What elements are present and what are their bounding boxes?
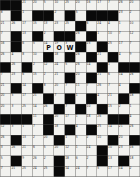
letter-cell[interactable]: 7 bbox=[86, 83, 96, 93]
letter-cell[interactable]: 7 bbox=[129, 42, 139, 52]
letter-cell[interactable]: 9 bbox=[22, 156, 32, 166]
letter-cell[interactable]: 1 bbox=[22, 125, 32, 135]
letter-cell[interactable]: 10 bbox=[129, 21, 139, 31]
letter-cell[interactable]: 7 bbox=[86, 166, 96, 176]
letter-cell[interactable]: 2 bbox=[43, 156, 53, 166]
letter-cell[interactable]: 4 bbox=[76, 125, 86, 135]
letter-cell[interactable]: 12 bbox=[129, 31, 139, 41]
letter-cell[interactable]: 1 bbox=[119, 21, 129, 31]
black-cell bbox=[22, 114, 32, 124]
black-cell bbox=[11, 31, 21, 41]
letter-cell[interactable]: 7 bbox=[0, 73, 10, 83]
letter-cell[interactable]: 4 bbox=[11, 52, 21, 62]
letter-cell[interactable]: 20 bbox=[43, 135, 53, 145]
cell-number: 21 bbox=[97, 73, 101, 76]
black-cell bbox=[43, 52, 53, 62]
letter-cell[interactable]: 7 bbox=[108, 0, 118, 10]
letter-cell[interactable]: 5 bbox=[33, 42, 43, 52]
letter-cell[interactable]: 26 bbox=[11, 63, 21, 73]
letter-cell[interactable]: 4 bbox=[119, 83, 129, 93]
cell-number: 25 bbox=[44, 166, 48, 169]
letter-cell[interactable]: 26 bbox=[0, 135, 10, 145]
letter-cell[interactable]: 14 bbox=[86, 63, 96, 73]
black-cell bbox=[65, 125, 75, 135]
cell-number: 2 bbox=[130, 11, 132, 14]
letter-cell[interactable]: 5 bbox=[76, 11, 86, 21]
black-cell bbox=[54, 31, 64, 41]
letter-cell[interactable]: 5 bbox=[0, 156, 10, 166]
letter-cell[interactable]: 17 bbox=[22, 94, 32, 104]
cell-number: 6 bbox=[108, 73, 110, 76]
letter-cell[interactable]: 25 bbox=[97, 125, 107, 135]
letter-cell[interactable]: 25 bbox=[43, 166, 53, 176]
black-cell bbox=[43, 125, 53, 135]
cell-number: 26 bbox=[33, 156, 37, 159]
letter-cell[interactable]: 4 bbox=[119, 52, 129, 62]
letter-cell[interactable]: 20 bbox=[54, 114, 64, 124]
letter-cell[interactable]: 7 bbox=[119, 31, 129, 41]
letter-cell[interactable]: 21 bbox=[22, 146, 32, 156]
cell-number: 5 bbox=[65, 63, 67, 66]
black-cell bbox=[129, 63, 139, 73]
letter-cell[interactable]: 7 bbox=[0, 166, 10, 176]
letter-cell[interactable]: 17 bbox=[108, 166, 118, 176]
letter-cell[interactable]: 4 bbox=[108, 21, 118, 31]
letter-cell[interactable]: 2 bbox=[129, 166, 139, 176]
letter-cell[interactable]: 1 bbox=[129, 104, 139, 114]
cell-number: 7 bbox=[87, 166, 89, 169]
black-cell bbox=[97, 156, 107, 166]
cell-number: 18 bbox=[130, 94, 134, 97]
letter-cell[interactable]: 19O bbox=[54, 42, 64, 52]
letter-cell[interactable]: 1 bbox=[76, 114, 86, 124]
cell-number: 7 bbox=[1, 166, 3, 169]
letter-cell[interactable]: 18 bbox=[54, 125, 64, 135]
letter-cell[interactable]: 1 bbox=[108, 63, 118, 73]
cell-number: 20 bbox=[44, 135, 48, 138]
letter-cell[interactable]: 15 bbox=[33, 21, 43, 31]
cell-number: 21 bbox=[108, 94, 112, 97]
codeword-puzzle: 2120510252016177262081252322126171513232… bbox=[0, 0, 140, 177]
letter-cell[interactable]: 10 bbox=[108, 146, 118, 156]
cell-number: 12 bbox=[1, 125, 5, 128]
cell-number: 21 bbox=[33, 94, 37, 97]
letter-cell[interactable]: 24 bbox=[76, 166, 86, 176]
cell-number: 23 bbox=[54, 21, 58, 24]
letter-cell[interactable]: 20 bbox=[119, 135, 129, 145]
letter-cell[interactable]: 6 bbox=[76, 156, 86, 166]
black-cell bbox=[86, 52, 96, 62]
letter-cell[interactable]: 5 bbox=[76, 135, 86, 145]
letter-cell[interactable]: 25 bbox=[22, 104, 32, 114]
letter-cell[interactable]: 20 bbox=[0, 104, 10, 114]
letter-cell[interactable]: 2 bbox=[86, 156, 96, 166]
letter-cell[interactable]: 9 bbox=[129, 52, 139, 62]
cell-number: 24 bbox=[87, 146, 91, 149]
letter-cell[interactable]: 16 bbox=[129, 146, 139, 156]
cell-number: 10 bbox=[108, 31, 112, 34]
letter-cell[interactable]: 25 bbox=[22, 166, 32, 176]
cell-number: 2 bbox=[54, 11, 56, 14]
letter-cell[interactable]: 8 bbox=[22, 52, 32, 62]
letter-cell[interactable]: 26 bbox=[43, 104, 53, 114]
cell-number: 7 bbox=[33, 125, 35, 128]
letter-cell[interactable]: 21 bbox=[11, 166, 21, 176]
cell-number: 18 bbox=[54, 52, 58, 55]
letter-cell[interactable]: 2 bbox=[33, 135, 43, 145]
letter-cell[interactable]: 10 bbox=[108, 31, 118, 41]
letter-cell[interactable]: 26 bbox=[11, 21, 21, 31]
letter-cell[interactable]: 24 bbox=[54, 63, 64, 73]
cell-number: 7 bbox=[54, 94, 56, 97]
letter-cell[interactable]: 5 bbox=[11, 94, 21, 104]
cell-number: 2 bbox=[33, 63, 35, 66]
letter-cell[interactable]: 13 bbox=[22, 31, 32, 41]
cell-number: 23 bbox=[87, 42, 91, 45]
letter-cell[interactable]: 17 bbox=[119, 42, 129, 52]
cell-number: 20 bbox=[1, 94, 5, 97]
black-cell bbox=[11, 114, 21, 124]
black-cell bbox=[11, 135, 21, 145]
letter-cell[interactable]: 1 bbox=[65, 135, 75, 145]
cell-number: 21 bbox=[1, 83, 5, 86]
cell-number: 1 bbox=[76, 94, 78, 97]
cell-number: 7 bbox=[1, 73, 3, 76]
letter-cell[interactable]: 26 bbox=[76, 52, 86, 62]
letter-cell[interactable]: 21 bbox=[0, 21, 10, 31]
letter-cell[interactable]: 7 bbox=[108, 83, 118, 93]
cell-number: 26 bbox=[1, 52, 5, 55]
letter-cell[interactable]: 5 bbox=[65, 63, 75, 73]
black-cell bbox=[33, 11, 43, 21]
letter-cell[interactable]: 14 bbox=[119, 73, 129, 83]
black-cell bbox=[86, 11, 96, 21]
cell-number: 26 bbox=[130, 73, 134, 76]
black-cell bbox=[97, 146, 107, 156]
letter-cell[interactable]: 1 bbox=[22, 11, 32, 21]
letter-cell[interactable]: 10 bbox=[33, 52, 43, 62]
cell-number: 4 bbox=[76, 125, 78, 128]
cell-number: 20 bbox=[76, 73, 80, 76]
letter-cell[interactable]: 18 bbox=[129, 94, 139, 104]
cell-number: 8 bbox=[22, 52, 24, 55]
cell-number: 24 bbox=[76, 166, 80, 169]
letter-cell[interactable]: 6 bbox=[108, 73, 118, 83]
cell-number: 13 bbox=[22, 31, 26, 34]
cell-number: 5 bbox=[1, 156, 3, 159]
cell-number: 7 bbox=[65, 83, 67, 86]
cell-number: 7 bbox=[108, 83, 110, 86]
letter-cell[interactable]: 3W bbox=[65, 42, 75, 52]
letter-cell[interactable]: 6 bbox=[33, 146, 43, 156]
letter-cell[interactable]: 12 bbox=[65, 146, 75, 156]
letter-cell[interactable]: 15 bbox=[33, 73, 43, 83]
letter-cell[interactable]: 26 bbox=[33, 156, 43, 166]
cell-number: 21 bbox=[97, 52, 101, 55]
cell-number: 7 bbox=[108, 0, 110, 3]
letter-cell[interactable]: 18 bbox=[86, 114, 96, 124]
cell-number: 26 bbox=[11, 21, 15, 24]
letter-cell[interactable]: 13 bbox=[108, 156, 118, 166]
letter-cell[interactable]: 26 bbox=[0, 52, 10, 62]
cell-number: 20 bbox=[54, 146, 58, 149]
letter-cell[interactable]: 26 bbox=[76, 31, 86, 41]
cell-number: 21 bbox=[1, 21, 5, 24]
cell-number: 7 bbox=[119, 31, 121, 34]
black-cell bbox=[76, 104, 86, 114]
black-cell bbox=[22, 63, 32, 73]
black-cell bbox=[86, 31, 96, 41]
letter-cell[interactable]: 26 bbox=[129, 73, 139, 83]
cell-number: 2 bbox=[130, 166, 132, 169]
cell-number: 20 bbox=[76, 0, 80, 3]
letter-cell[interactable]: 2 bbox=[43, 73, 53, 83]
cell-number: 11 bbox=[76, 83, 80, 86]
black-cell bbox=[65, 94, 75, 104]
cell-number: 4 bbox=[97, 94, 99, 97]
letter-cell[interactable]: 18 bbox=[129, 156, 139, 166]
black-cell bbox=[11, 156, 21, 166]
cell-number: 2 bbox=[119, 104, 121, 107]
letter-cell[interactable]: 8 bbox=[43, 83, 53, 93]
letter-cell[interactable]: 2 bbox=[54, 11, 64, 21]
letter-cell[interactable]: 17 bbox=[22, 21, 32, 31]
cell-number: 25 bbox=[97, 125, 101, 128]
letter-cell[interactable]: 20 bbox=[54, 146, 64, 156]
letter-cell[interactable]: 17 bbox=[97, 0, 107, 10]
letter-cell[interactable]: 5 bbox=[43, 146, 53, 156]
cell-number: 1 bbox=[76, 146, 78, 149]
letter-cell[interactable]: 2 bbox=[129, 11, 139, 21]
cell-number: 10 bbox=[130, 21, 134, 24]
cell-number: 17 bbox=[108, 166, 112, 169]
letter-cell[interactable]: 3 bbox=[11, 125, 21, 135]
cell-number: 5 bbox=[76, 11, 78, 14]
letter-cell[interactable]: 10 bbox=[86, 104, 96, 114]
letter-cell[interactable]: 2 bbox=[43, 31, 53, 41]
letter-cell[interactable]: 12 bbox=[43, 63, 53, 73]
letter-cell[interactable]: 20 bbox=[129, 0, 139, 10]
black-cell bbox=[86, 125, 96, 135]
cell-number: 1 bbox=[108, 63, 110, 66]
letter-cell[interactable]: 14 bbox=[33, 104, 43, 114]
letter-cell[interactable]: 7 bbox=[54, 94, 64, 104]
letter-cell[interactable]: 10 bbox=[54, 0, 64, 10]
letter-cell[interactable]: 20 bbox=[33, 0, 43, 10]
cell-number: 10 bbox=[97, 135, 101, 138]
cell-number: 13 bbox=[44, 21, 48, 24]
cell-number: 26 bbox=[130, 125, 134, 128]
letter-cell[interactable]: 20 bbox=[76, 73, 86, 83]
cell-number: 2 bbox=[44, 156, 46, 159]
letter-cell[interactable]: 24 bbox=[97, 21, 107, 31]
letter-cell[interactable]: 5 bbox=[43, 0, 53, 10]
cell-number: 17 bbox=[119, 42, 123, 45]
letter-cell[interactable]: 25 bbox=[65, 21, 75, 31]
letter-cell[interactable]: 21 bbox=[119, 125, 129, 135]
letter-cell[interactable]: 3 bbox=[0, 146, 10, 156]
letter-cell[interactable]: 2 bbox=[33, 63, 43, 73]
cell-number: 1 bbox=[22, 11, 24, 14]
cell-number: 21 bbox=[22, 0, 26, 3]
black-cell bbox=[43, 11, 53, 21]
letter-cell[interactable]: 10 bbox=[97, 135, 107, 145]
letter-cell[interactable]: 1 bbox=[76, 94, 86, 104]
letter-cell[interactable]: 12 bbox=[0, 125, 10, 135]
letter-cell[interactable]: 7 bbox=[65, 83, 75, 93]
cell-number: 20 bbox=[33, 0, 37, 3]
cell-number: 20 bbox=[54, 83, 58, 86]
cell-number: 3 bbox=[1, 146, 3, 149]
letter-cell[interactable]: 26 bbox=[119, 0, 129, 10]
black-cell bbox=[119, 94, 129, 104]
letter-cell[interactable]: 6 bbox=[86, 21, 96, 31]
black-cell bbox=[0, 63, 10, 73]
cell-number: 6 bbox=[87, 21, 89, 24]
letter-cell[interactable]: 21 bbox=[22, 0, 32, 10]
letter-cell[interactable]: 23 bbox=[54, 21, 64, 31]
cell-number: 26 bbox=[11, 146, 15, 149]
cell-number: 26 bbox=[44, 104, 48, 107]
cell-number: 16 bbox=[87, 0, 91, 3]
letter-cell[interactable]: 26 bbox=[129, 125, 139, 135]
letter-cell[interactable]: 21 bbox=[0, 83, 10, 93]
letter-cell[interactable]: 24 bbox=[33, 166, 43, 176]
black-cell bbox=[129, 135, 139, 145]
cell-number: 15 bbox=[108, 104, 112, 107]
letter-cell[interactable]: 21 bbox=[54, 73, 64, 83]
letter-cell[interactable]: 21 bbox=[33, 94, 43, 104]
letter-cell[interactable]: 18 bbox=[65, 156, 75, 166]
cell-number: 25 bbox=[22, 166, 26, 169]
letter-cell[interactable]: 16 bbox=[0, 42, 10, 52]
cell-number: 14 bbox=[108, 125, 112, 128]
black-cell bbox=[97, 63, 107, 73]
cell-number: 15 bbox=[33, 73, 37, 76]
letter-cell[interactable]: 25 bbox=[65, 0, 75, 10]
letter-cell[interactable]: 20 bbox=[54, 83, 64, 93]
letter-cell[interactable]: 14 bbox=[22, 83, 32, 93]
cell-number: 18 bbox=[87, 114, 91, 117]
letter-cell[interactable]: 26 bbox=[97, 83, 107, 93]
black-cell bbox=[86, 73, 96, 83]
letter-cell[interactable]: 26 bbox=[76, 63, 86, 73]
cell-number: 8 bbox=[44, 83, 46, 86]
letter-cell[interactable]: 20 bbox=[0, 94, 10, 104]
cell-number: 5 bbox=[76, 135, 78, 138]
cell-number: 17 bbox=[65, 114, 69, 117]
cell-number: 10 bbox=[87, 104, 91, 107]
letter-cell[interactable]: 21 bbox=[97, 73, 107, 83]
letter-cell[interactable]: 2 bbox=[119, 104, 129, 114]
letter-cell[interactable]: 16 bbox=[86, 0, 96, 10]
letter-cell[interactable]: 14 bbox=[119, 166, 129, 176]
cell-number: 9 bbox=[130, 52, 132, 55]
cell-number: 11 bbox=[33, 114, 37, 117]
letter-cell[interactable]: 4 bbox=[129, 114, 139, 124]
letter-cell[interactable]: 1 bbox=[76, 146, 86, 156]
letter-cell[interactable]: 14 bbox=[65, 166, 75, 176]
letter-cell[interactable]: 4 bbox=[97, 94, 107, 104]
cell-number: 26 bbox=[1, 135, 5, 138]
letter-cell[interactable]: 5 bbox=[97, 166, 107, 176]
cell-number: 26 bbox=[97, 114, 101, 117]
cell-number: 5 bbox=[97, 166, 99, 169]
cell-number: 24 bbox=[54, 63, 58, 66]
black-cell bbox=[97, 11, 107, 21]
letter-cell[interactable]: 23 bbox=[86, 42, 96, 52]
black-cell bbox=[108, 114, 118, 124]
given-letter: O bbox=[54, 44, 64, 52]
cell-number: 13 bbox=[108, 156, 112, 159]
cell-number: 2 bbox=[87, 135, 89, 138]
cell-number: 18 bbox=[54, 125, 58, 128]
black-cell bbox=[11, 11, 21, 21]
letter-cell[interactable]: 23 bbox=[11, 73, 21, 83]
cell-number: 6 bbox=[76, 156, 78, 159]
cell-number: 25 bbox=[108, 42, 112, 45]
cell-number: 15 bbox=[33, 21, 37, 24]
given-letter: W bbox=[65, 44, 75, 52]
letter-cell[interactable]: 13 bbox=[22, 135, 32, 145]
letter-cell[interactable]: 26 bbox=[97, 114, 107, 124]
letter-cell[interactable]: 2 bbox=[86, 135, 96, 145]
letter-cell[interactable]: 17 bbox=[65, 114, 75, 124]
letter-cell[interactable]: 18 bbox=[54, 52, 64, 62]
letter-cell[interactable]: 7 bbox=[0, 31, 10, 41]
letter-cell[interactable]: 23 bbox=[119, 146, 129, 156]
cell-number: 17 bbox=[22, 21, 26, 24]
letter-cell[interactable]: 8 bbox=[0, 11, 10, 21]
cell-number: 14 bbox=[119, 166, 123, 169]
letter-cell[interactable]: 24 bbox=[86, 146, 96, 156]
letter-cell[interactable]: 21 bbox=[108, 94, 118, 104]
letter-cell[interactable]: 23 bbox=[119, 11, 129, 21]
cell-number: 13 bbox=[22, 135, 26, 138]
cell-number: 5 bbox=[33, 42, 35, 45]
cell-number: 8 bbox=[1, 11, 3, 14]
black-cell bbox=[33, 83, 43, 93]
black-cell bbox=[108, 11, 118, 21]
letter-cell[interactable]: 20 bbox=[76, 0, 86, 10]
letter-cell[interactable]: 15 bbox=[108, 104, 118, 114]
letter-cell[interactable]: 1 bbox=[97, 31, 107, 41]
letter-cell[interactable]: 6 bbox=[22, 42, 32, 52]
cell-number: 4 bbox=[130, 114, 132, 117]
letter-cell[interactable]: 14P bbox=[43, 42, 53, 52]
cell-number: 25 bbox=[22, 104, 26, 107]
cell-number: 21 bbox=[119, 125, 123, 128]
letter-cell[interactable]: 7 bbox=[65, 104, 75, 114]
cell-number: 4 bbox=[119, 52, 121, 55]
cell-number: 6 bbox=[22, 73, 24, 76]
letter-cell[interactable]: 7 bbox=[33, 125, 43, 135]
cell-number: 20 bbox=[130, 0, 134, 3]
cell-number: 21 bbox=[22, 146, 26, 149]
letter-cell[interactable]: 14 bbox=[108, 125, 118, 135]
cell-number: 1 bbox=[65, 135, 67, 138]
letter-cell[interactable]: 26 bbox=[11, 146, 21, 156]
black-cell bbox=[129, 83, 139, 93]
letter-cell[interactable]: 3 bbox=[11, 104, 21, 114]
letter-cell[interactable]: 6 bbox=[22, 73, 32, 83]
letter-cell[interactable]: 13 bbox=[43, 21, 53, 31]
letter-cell[interactable]: 21 bbox=[97, 52, 107, 62]
letter-cell[interactable]: 11 bbox=[76, 83, 86, 93]
cell-number: 3 bbox=[11, 104, 13, 107]
letter-cell[interactable]: 25 bbox=[108, 42, 118, 52]
letter-cell[interactable]: 11 bbox=[33, 114, 43, 124]
